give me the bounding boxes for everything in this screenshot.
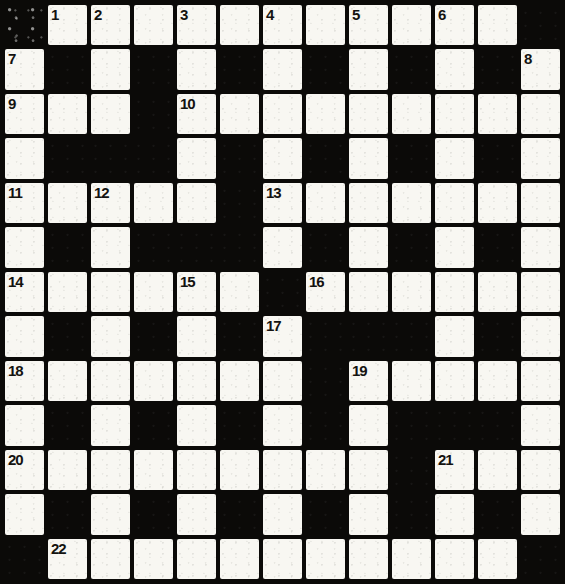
white-cell-r5-c6[interactable] (263, 227, 302, 267)
white-cell-r5-c8[interactable] (349, 227, 388, 267)
white-cell-r1-c4[interactable] (177, 49, 216, 89)
black-cell-r9-c5 (220, 405, 259, 445)
white-cell-r4-c3[interactable] (134, 183, 173, 223)
black-cell-r1-c3 (134, 49, 173, 89)
white-cell-r2-c0[interactable]: 9 (5, 94, 44, 134)
black-cell-r10-c9 (392, 450, 431, 490)
white-cell-r6-c10[interactable] (435, 272, 474, 312)
black-cell-r7-c5 (220, 316, 259, 356)
clue-number-19: 19 (352, 361, 367, 380)
white-cell-r11-c12[interactable] (521, 494, 560, 534)
clue-number-16: 16 (309, 272, 324, 291)
clue-number-3: 3 (180, 5, 187, 24)
white-cell-r3-c10[interactable] (435, 138, 474, 178)
black-cell-r11-c1 (48, 494, 87, 534)
white-cell-r8-c6[interactable] (263, 361, 302, 401)
white-cell-r0-c3[interactable] (134, 5, 173, 45)
white-cell-r10-c5[interactable] (220, 450, 259, 490)
clue-number-18: 18 (8, 361, 23, 380)
white-cell-r0-c6[interactable]: 4 (263, 5, 302, 45)
white-cell-r7-c6[interactable]: 17 (263, 316, 302, 356)
clue-number-9: 9 (8, 94, 15, 113)
white-cell-r8-c2[interactable] (91, 361, 130, 401)
clue-number-8: 8 (524, 49, 531, 68)
black-cell-r2-c3 (134, 94, 173, 134)
black-cell-r11-c11 (478, 494, 517, 534)
white-cell-r4-c6[interactable]: 13 (263, 183, 302, 223)
black-cell-r4-c5 (220, 183, 259, 223)
white-cell-r10-c6[interactable] (263, 450, 302, 490)
clue-number-15: 15 (180, 272, 195, 291)
white-cell-r6-c5[interactable] (220, 272, 259, 312)
clue-number-2: 2 (94, 5, 101, 24)
white-cell-r9-c4[interactable] (177, 405, 216, 445)
white-cell-r6-c12[interactable] (521, 272, 560, 312)
white-cell-r9-c2[interactable] (91, 405, 130, 445)
white-cell-r12-c6[interactable] (263, 539, 302, 579)
white-cell-r4-c8[interactable] (349, 183, 388, 223)
white-cell-r3-c8[interactable] (349, 138, 388, 178)
white-cell-r4-c11[interactable] (478, 183, 517, 223)
black-cell-r3-c2 (91, 138, 130, 178)
white-cell-r4-c2[interactable]: 12 (91, 183, 130, 223)
white-cell-r6-c3[interactable] (134, 272, 173, 312)
white-cell-r2-c7[interactable] (306, 94, 345, 134)
white-cell-r10-c3[interactable] (134, 450, 173, 490)
white-cell-r3-c0[interactable] (5, 138, 44, 178)
clue-number-22: 22 (51, 539, 66, 558)
white-cell-r8-c8[interactable]: 19 (349, 361, 388, 401)
white-cell-r4-c1[interactable] (48, 183, 87, 223)
clue-number-12: 12 (94, 183, 109, 202)
white-cell-r2-c8[interactable] (349, 94, 388, 134)
white-cell-r4-c10[interactable] (435, 183, 474, 223)
clue-number-21: 21 (438, 450, 453, 469)
clue-number-10: 10 (180, 94, 195, 113)
white-cell-r8-c4[interactable] (177, 361, 216, 401)
clue-number-20: 20 (8, 450, 23, 469)
white-cell-r9-c6[interactable] (263, 405, 302, 445)
black-cell-r9-c10 (435, 405, 474, 445)
black-cell-r6-c6 (263, 272, 302, 312)
white-cell-r8-c9[interactable] (392, 361, 431, 401)
black-cell-r12-c0 (5, 539, 44, 579)
crossword-puzzle: 12345678910111213141516171819202122 (0, 0, 565, 584)
white-cell-r4-c0[interactable]: 11 (5, 183, 44, 223)
black-cell-r3-c9 (392, 138, 431, 178)
clue-number-1: 1 (51, 5, 58, 24)
black-cell-r1-c5 (220, 49, 259, 89)
white-cell-r6-c0[interactable]: 14 (5, 272, 44, 312)
white-cell-r8-c11[interactable] (478, 361, 517, 401)
white-cell-r6-c4[interactable]: 15 (177, 272, 216, 312)
white-cell-r5-c12[interactable] (521, 227, 560, 267)
black-cell-r11-c5 (220, 494, 259, 534)
black-cell-r12-c12 (521, 539, 560, 579)
black-cell-r1-c11 (478, 49, 517, 89)
black-cell-r7-c1 (48, 316, 87, 356)
white-cell-r2-c6[interactable] (263, 94, 302, 134)
black-cell-r3-c11 (478, 138, 517, 178)
black-cell-r5-c9 (392, 227, 431, 267)
clue-number-6: 6 (438, 5, 445, 24)
black-cell-r3-c7 (306, 138, 345, 178)
white-cell-r11-c8[interactable] (349, 494, 388, 534)
white-cell-r0-c2[interactable]: 2 (91, 5, 130, 45)
black-cell-r5-c4 (177, 227, 216, 267)
white-cell-r11-c4[interactable] (177, 494, 216, 534)
black-cell-r3-c3 (134, 138, 173, 178)
white-cell-r10-c8[interactable] (349, 450, 388, 490)
white-cell-r0-c8[interactable]: 5 (349, 5, 388, 45)
white-cell-r2-c12[interactable] (521, 94, 560, 134)
white-cell-r7-c12[interactable] (521, 316, 560, 356)
white-cell-r12-c2[interactable] (91, 539, 130, 579)
crossword-grid: 12345678910111213141516171819202122 (0, 0, 565, 584)
white-cell-r2-c10[interactable] (435, 94, 474, 134)
white-cell-r10-c4[interactable] (177, 450, 216, 490)
white-cell-r7-c10[interactable] (435, 316, 474, 356)
white-cell-r10-c12[interactable] (521, 450, 560, 490)
white-cell-r12-c9[interactable] (392, 539, 431, 579)
white-cell-r11-c6[interactable] (263, 494, 302, 534)
black-cell-r7-c3 (134, 316, 173, 356)
white-cell-r12-c5[interactable] (220, 539, 259, 579)
white-cell-r12-c8[interactable] (349, 539, 388, 579)
black-cell-r7-c9 (392, 316, 431, 356)
black-cell-r1-c1 (48, 49, 87, 89)
white-cell-r12-c1[interactable]: 22 (48, 539, 87, 579)
white-cell-r5-c10[interactable] (435, 227, 474, 267)
clue-number-5: 5 (352, 5, 359, 24)
white-cell-r9-c12[interactable] (521, 405, 560, 445)
white-cell-r0-c9[interactable] (392, 5, 431, 45)
white-cell-r1-c0[interactable]: 7 (5, 49, 44, 89)
black-cell-r3-c1 (48, 138, 87, 178)
white-cell-r4-c9[interactable] (392, 183, 431, 223)
black-cell-r0-c0 (5, 5, 44, 45)
white-cell-r0-c1[interactable]: 1 (48, 5, 87, 45)
white-cell-r5-c0[interactable] (5, 227, 44, 267)
black-cell-r11-c7 (306, 494, 345, 534)
black-cell-r5-c11 (478, 227, 517, 267)
black-cell-r5-c3 (134, 227, 173, 267)
white-cell-r12-c11[interactable] (478, 539, 517, 579)
white-cell-r11-c2[interactable] (91, 494, 130, 534)
white-cell-r7-c0[interactable] (5, 316, 44, 356)
white-cell-r6-c1[interactable] (48, 272, 87, 312)
black-cell-r9-c3 (134, 405, 173, 445)
white-cell-r6-c9[interactable] (392, 272, 431, 312)
clue-number-11: 11 (8, 183, 22, 202)
white-cell-r8-c10[interactable] (435, 361, 474, 401)
white-cell-r10-c1[interactable] (48, 450, 87, 490)
white-cell-r7-c2[interactable] (91, 316, 130, 356)
white-cell-r6-c8[interactable] (349, 272, 388, 312)
white-cell-r8-c0[interactable]: 18 (5, 361, 44, 401)
white-cell-r12-c3[interactable] (134, 539, 173, 579)
white-cell-r10-c10[interactable]: 21 (435, 450, 474, 490)
white-cell-r7-c4[interactable] (177, 316, 216, 356)
white-cell-r2-c1[interactable] (48, 94, 87, 134)
white-cell-r2-c9[interactable] (392, 94, 431, 134)
black-cell-r7-c8 (349, 316, 388, 356)
white-cell-r1-c10[interactable] (435, 49, 474, 89)
black-cell-r5-c1 (48, 227, 87, 267)
black-cell-r7-c11 (478, 316, 517, 356)
white-cell-r3-c6[interactable] (263, 138, 302, 178)
black-cell-r9-c11 (478, 405, 517, 445)
white-cell-r4-c12[interactable] (521, 183, 560, 223)
white-cell-r2-c2[interactable] (91, 94, 130, 134)
white-cell-r10-c11[interactable] (478, 450, 517, 490)
clue-number-4: 4 (266, 5, 273, 24)
black-cell-r5-c7 (306, 227, 345, 267)
white-cell-r2-c5[interactable] (220, 94, 259, 134)
black-cell-r11-c3 (134, 494, 173, 534)
white-cell-r1-c12[interactable]: 8 (521, 49, 560, 89)
white-cell-r11-c10[interactable] (435, 494, 474, 534)
black-cell-r9-c7 (306, 405, 345, 445)
white-cell-r6-c2[interactable] (91, 272, 130, 312)
white-cell-r3-c12[interactable] (521, 138, 560, 178)
white-cell-r0-c11[interactable] (478, 5, 517, 45)
black-cell-r11-c9 (392, 494, 431, 534)
white-cell-r0-c4[interactable]: 3 (177, 5, 216, 45)
black-cell-r1-c7 (306, 49, 345, 89)
white-cell-r8-c3[interactable] (134, 361, 173, 401)
clue-number-13: 13 (266, 183, 281, 202)
clue-number-7: 7 (8, 49, 15, 68)
white-cell-r2-c11[interactable] (478, 94, 517, 134)
white-cell-r0-c10[interactable]: 6 (435, 5, 474, 45)
white-cell-r8-c5[interactable] (220, 361, 259, 401)
white-cell-r11-c0[interactable] (5, 494, 44, 534)
white-cell-r1-c2[interactable] (91, 49, 130, 89)
clue-number-17: 17 (266, 316, 281, 335)
white-cell-r10-c7[interactable] (306, 450, 345, 490)
white-cell-r4-c7[interactable] (306, 183, 345, 223)
white-cell-r12-c4[interactable] (177, 539, 216, 579)
white-cell-r12-c10[interactable] (435, 539, 474, 579)
white-cell-r2-c4[interactable]: 10 (177, 94, 216, 134)
white-cell-r4-c4[interactable] (177, 183, 216, 223)
white-cell-r5-c2[interactable] (91, 227, 130, 267)
white-cell-r10-c0[interactable]: 20 (5, 450, 44, 490)
white-cell-r9-c0[interactable] (5, 405, 44, 445)
clue-number-14: 14 (8, 272, 23, 291)
white-cell-r12-c7[interactable] (306, 539, 345, 579)
white-cell-r8-c12[interactable] (521, 361, 560, 401)
white-cell-r1-c8[interactable] (349, 49, 388, 89)
black-cell-r0-c12 (521, 5, 560, 45)
black-cell-r9-c1 (48, 405, 87, 445)
white-cell-r0-c5[interactable] (220, 5, 259, 45)
black-cell-r7-c7 (306, 316, 345, 356)
white-cell-r1-c6[interactable] (263, 49, 302, 89)
black-cell-r8-c7 (306, 361, 345, 401)
white-cell-r0-c7[interactable] (306, 5, 345, 45)
black-cell-r9-c9 (392, 405, 431, 445)
black-cell-r5-c5 (220, 227, 259, 267)
black-cell-r3-c5 (220, 138, 259, 178)
white-cell-r3-c4[interactable] (177, 138, 216, 178)
black-cell-r1-c9 (392, 49, 431, 89)
white-cell-r9-c8[interactable] (349, 405, 388, 445)
white-cell-r8-c1[interactable] (48, 361, 87, 401)
white-cell-r6-c7[interactable]: 16 (306, 272, 345, 312)
white-cell-r6-c11[interactable] (478, 272, 517, 312)
white-cell-r10-c2[interactable] (91, 450, 130, 490)
